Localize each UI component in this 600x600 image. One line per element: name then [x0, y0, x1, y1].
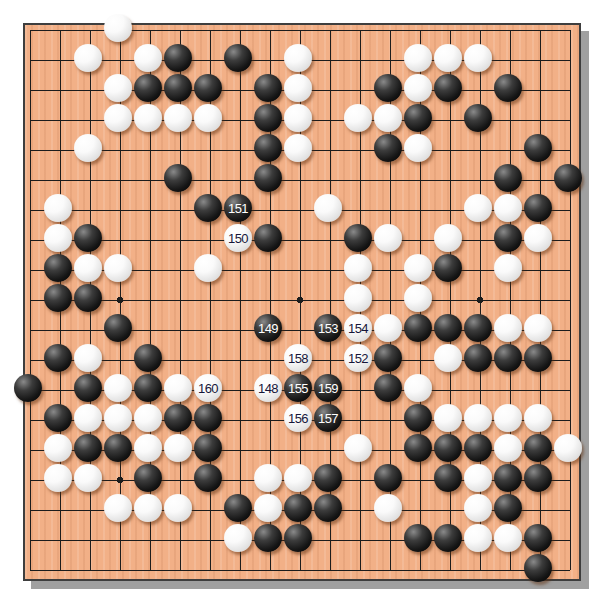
black-stone [164, 74, 192, 102]
black-stone [194, 434, 222, 462]
black-stone [74, 284, 102, 312]
black-stone [194, 404, 222, 432]
black-stone: 149 [254, 314, 282, 342]
black-stone [194, 194, 222, 222]
white-stone [404, 134, 432, 162]
black-stone [494, 344, 522, 372]
white-stone [494, 524, 522, 552]
white-stone [134, 104, 162, 132]
black-stone [374, 344, 402, 372]
black-stone [434, 524, 462, 552]
black-stone [524, 134, 552, 162]
move-number-label: 158 [288, 352, 308, 365]
white-stone [104, 494, 132, 522]
black-stone [254, 104, 282, 132]
black-stone [524, 554, 552, 582]
white-stone: 154 [344, 314, 372, 342]
white-stone [434, 344, 462, 372]
black-stone [164, 164, 192, 192]
black-stone [434, 434, 462, 462]
black-stone: 155 [284, 374, 312, 402]
black-stone [524, 524, 552, 552]
black-stone [44, 254, 72, 282]
go-board[interactable]: 151150149153154158152160148155159156157 [23, 23, 581, 581]
black-stone [254, 224, 282, 252]
white-stone: 148 [254, 374, 282, 402]
white-stone: 152 [344, 344, 372, 372]
white-stone [494, 194, 522, 222]
move-number-label: 160 [198, 382, 218, 395]
white-stone [44, 194, 72, 222]
white-stone [464, 464, 492, 492]
white-stone [284, 134, 312, 162]
white-stone [284, 74, 312, 102]
white-stone [374, 494, 402, 522]
black-stone: 153 [314, 314, 342, 342]
black-stone [314, 464, 342, 492]
black-stone [224, 494, 252, 522]
white-stone [44, 434, 72, 462]
white-stone [254, 494, 282, 522]
white-stone [74, 344, 102, 372]
white-stone [374, 314, 402, 342]
white-stone [74, 44, 102, 72]
white-stone [434, 404, 462, 432]
black-stone [434, 464, 462, 492]
white-stone [134, 404, 162, 432]
black-stone [74, 224, 102, 252]
white-stone [524, 224, 552, 252]
black-stone [404, 524, 432, 552]
black-stone [134, 344, 162, 372]
black-stone [404, 314, 432, 342]
white-stone [224, 524, 252, 552]
move-number-label: 152 [348, 352, 368, 365]
white-stone [464, 194, 492, 222]
white-stone [194, 254, 222, 282]
black-stone [44, 344, 72, 372]
move-number-label: 154 [348, 322, 368, 335]
move-number-label: 156 [288, 412, 308, 425]
black-stone [314, 494, 342, 522]
black-stone [434, 254, 462, 282]
black-stone [404, 104, 432, 132]
move-number-label: 159 [318, 382, 338, 395]
black-stone [494, 494, 522, 522]
black-stone: 157 [314, 404, 342, 432]
black-stone: 159 [314, 374, 342, 402]
black-stone [164, 44, 192, 72]
black-stone [464, 104, 492, 132]
white-stone [374, 224, 402, 252]
white-stone [104, 374, 132, 402]
white-stone: 158 [284, 344, 312, 372]
move-number-label: 150 [228, 232, 248, 245]
black-stone [164, 404, 192, 432]
white-stone [284, 104, 312, 132]
black-stone [464, 314, 492, 342]
black-stone: 151 [224, 194, 252, 222]
black-stone [344, 224, 372, 252]
white-stone [464, 404, 492, 432]
black-stone [254, 134, 282, 162]
white-stone [134, 44, 162, 72]
white-stone [164, 374, 192, 402]
white-stone [164, 104, 192, 132]
white-stone: 160 [194, 374, 222, 402]
white-stone [104, 14, 132, 42]
black-stone [524, 464, 552, 492]
move-number-label: 148 [258, 382, 278, 395]
black-stone [524, 434, 552, 462]
white-stone [404, 74, 432, 102]
black-stone [494, 164, 522, 192]
white-stone [434, 44, 462, 72]
black-stone [434, 74, 462, 102]
black-stone [494, 464, 522, 492]
white-stone [494, 254, 522, 282]
white-stone [104, 74, 132, 102]
black-stone [284, 494, 312, 522]
white-stone [164, 434, 192, 462]
white-stone [104, 254, 132, 282]
black-stone [44, 284, 72, 312]
white-stone [134, 434, 162, 462]
white-stone [194, 104, 222, 132]
black-stone [404, 404, 432, 432]
black-stone [194, 464, 222, 492]
white-stone [464, 494, 492, 522]
white-stone [284, 44, 312, 72]
white-stone [404, 254, 432, 282]
white-stone [494, 434, 522, 462]
white-stone [344, 104, 372, 132]
black-stone [404, 434, 432, 462]
black-stone [134, 464, 162, 492]
white-stone [134, 494, 162, 522]
white-stone [464, 44, 492, 72]
white-stone: 150 [224, 224, 252, 252]
white-stone [164, 494, 192, 522]
black-stone [374, 374, 402, 402]
white-stone [404, 284, 432, 312]
black-stone [494, 74, 522, 102]
white-stone [374, 104, 402, 132]
white-stone [284, 464, 312, 492]
black-stone [284, 524, 312, 552]
move-number-label: 155 [288, 382, 308, 395]
stones-layer: 151150149153154158152160148155159156157 [15, 15, 585, 585]
black-stone [434, 314, 462, 342]
black-stone [224, 44, 252, 72]
black-stone [254, 164, 282, 192]
black-stone [464, 434, 492, 462]
black-stone [254, 524, 282, 552]
white-stone [524, 314, 552, 342]
black-stone [254, 74, 282, 102]
black-stone [74, 374, 102, 402]
white-stone [44, 224, 72, 252]
move-number-label: 153 [318, 322, 338, 335]
black-stone [374, 134, 402, 162]
white-stone [44, 464, 72, 492]
move-number-label: 157 [318, 412, 338, 425]
white-stone [344, 254, 372, 282]
move-number-label: 151 [228, 202, 248, 215]
black-stone [524, 194, 552, 222]
page-background: 151150149153154158152160148155159156157 [0, 0, 600, 600]
white-stone [104, 104, 132, 132]
white-stone [74, 134, 102, 162]
black-stone [134, 374, 162, 402]
white-stone [314, 194, 342, 222]
black-stone [44, 404, 72, 432]
black-stone [194, 74, 222, 102]
white-stone [464, 524, 492, 552]
white-stone [404, 374, 432, 402]
white-stone [494, 404, 522, 432]
black-stone [524, 344, 552, 372]
black-stone [14, 374, 42, 402]
white-stone [404, 44, 432, 72]
white-stone [74, 404, 102, 432]
white-stone [434, 224, 462, 252]
white-stone [74, 254, 102, 282]
black-stone [554, 164, 582, 192]
white-stone [524, 404, 552, 432]
white-stone [344, 284, 372, 312]
black-stone [74, 434, 102, 462]
black-stone [494, 224, 522, 252]
white-stone [74, 464, 102, 492]
white-stone [104, 404, 132, 432]
black-stone [374, 464, 402, 492]
white-stone [344, 434, 372, 462]
black-stone [464, 344, 492, 372]
white-stone [254, 464, 282, 492]
black-stone [104, 434, 132, 462]
black-stone [104, 314, 132, 342]
white-stone [494, 314, 522, 342]
white-stone [554, 434, 582, 462]
move-number-label: 149 [258, 322, 278, 335]
black-stone [374, 74, 402, 102]
white-stone: 156 [284, 404, 312, 432]
black-stone [134, 74, 162, 102]
